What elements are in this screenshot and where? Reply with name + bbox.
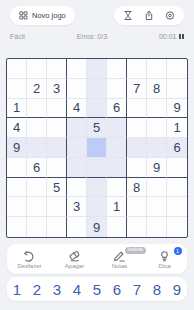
sudoku-cell-r3c8[interactable] [147, 99, 167, 119]
sudoku-cell-r9c1[interactable] [7, 217, 27, 237]
sudoku-cell-r6c7[interactable] [127, 158, 147, 178]
sudoku-cell-r1c4[interactable] [67, 59, 87, 79]
sudoku-cell-r7c2[interactable] [27, 178, 47, 198]
sudoku-cell-r1c9[interactable] [167, 59, 187, 79]
sudoku-cell-r9c8[interactable] [147, 217, 167, 237]
toolbar: Desfazer Apagar Inativas Notas 1 [7, 244, 187, 274]
sudoku-cell-r2c2[interactable]: 2 [27, 79, 47, 99]
sudoku-cell-r5c3[interactable] [47, 138, 67, 158]
sudoku-cell-r7c3[interactable]: 5 [47, 178, 67, 198]
sudoku-cell-r5c6[interactable] [107, 138, 127, 158]
sudoku-cell-r5c2[interactable] [27, 138, 47, 158]
sudoku-cell-r6c2[interactable]: 6 [27, 158, 47, 178]
sudoku-cell-r1c1[interactable] [7, 59, 27, 79]
sudoku-cell-r3c5[interactable] [87, 99, 107, 119]
sudoku-cell-r6c3[interactable] [47, 158, 67, 178]
status-row: Fácil Erros: 0/3 00:01 [10, 33, 184, 40]
number-pad: 123456789 [7, 277, 187, 301]
difficulty-label: Fácil [10, 33, 25, 40]
share-icon[interactable] [144, 10, 154, 21]
sudoku-cell-r4c2[interactable] [27, 118, 47, 138]
pencil-icon [113, 250, 126, 262]
sudoku-cell-r8c1[interactable] [7, 197, 27, 217]
sudoku-board: 23781469451966958319 [6, 58, 188, 238]
timer-value: 00:01 [159, 33, 177, 40]
sudoku-cell-r3c9[interactable]: 9 [167, 99, 187, 119]
numpad-key-7[interactable]: 7 [133, 281, 141, 298]
sudoku-cell-r8c3[interactable] [47, 197, 67, 217]
erase-label: Apagar [65, 263, 84, 269]
numpad-key-8[interactable]: 8 [153, 281, 161, 298]
sudoku-cell-r2c6[interactable] [107, 79, 127, 99]
hint-button[interactable]: 1 Dica [148, 250, 182, 269]
sudoku-cell-r4c7[interactable] [127, 118, 147, 138]
bulb-icon [158, 250, 171, 262]
sudoku-cell-r8c5[interactable] [87, 197, 107, 217]
sudoku-cell-r6c4[interactable] [67, 158, 87, 178]
numpad-key-2[interactable]: 2 [33, 281, 41, 298]
sudoku-cell-r1c8[interactable] [147, 59, 167, 79]
sudoku-cell-r3c1[interactable]: 1 [7, 99, 27, 119]
sudoku-cell-r6c5[interactable] [87, 158, 107, 178]
top-bar: Novo jogo [10, 6, 184, 25]
sudoku-cell-r1c7[interactable] [127, 59, 147, 79]
hint-label: Dica [158, 263, 170, 269]
settings-icon[interactable] [165, 10, 175, 21]
sudoku-cell-r5c7[interactable] [127, 138, 147, 158]
sudoku-cell-r7c6[interactable] [107, 178, 127, 198]
sudoku-cell-r8c2[interactable] [27, 197, 47, 217]
notes-state-badge: Inativas [125, 247, 146, 255]
sudoku-cell-r2c7[interactable]: 7 [127, 79, 147, 99]
sudoku-cell-r1c6[interactable] [107, 59, 127, 79]
sudoku-cell-r8c8[interactable] [147, 197, 167, 217]
sudoku-cell-r1c2[interactable] [27, 59, 47, 79]
sudoku-cell-r9c4[interactable] [67, 217, 87, 237]
sudoku-cell-r4c5[interactable]: 5 [87, 118, 107, 138]
sudoku-cell-r1c5[interactable] [87, 59, 107, 79]
sudoku-cell-r2c9[interactable] [167, 79, 187, 99]
numpad-key-9[interactable]: 9 [173, 281, 181, 298]
undo-icon [23, 250, 36, 262]
sudoku-cell-r8c6[interactable]: 1 [107, 197, 127, 217]
hint-count-badge: 1 [174, 247, 182, 255]
sudoku-cell-r9c5[interactable]: 9 [87, 217, 107, 237]
sudoku-cell-r7c4[interactable] [67, 178, 87, 198]
sudoku-cell-r3c7[interactable] [127, 99, 147, 119]
sudoku-cell-r6c6[interactable] [107, 158, 127, 178]
sudoku-cell-r9c7[interactable] [127, 217, 147, 237]
sudoku-cell-r7c5[interactable] [87, 178, 107, 198]
sudoku-cell-r5c9[interactable]: 6 [167, 138, 187, 158]
errors-counter: Erros: 0/3 [77, 33, 107, 40]
new-game-label: Novo jogo [32, 11, 66, 20]
new-game-button[interactable]: Novo jogo [10, 6, 75, 25]
sudoku-cell-r7c9[interactable] [167, 178, 187, 198]
numpad-key-4[interactable]: 4 [73, 281, 81, 298]
sudoku-cell-r2c4[interactable] [67, 79, 87, 99]
grid-icon [19, 11, 28, 20]
numpad-key-6[interactable]: 6 [113, 281, 121, 298]
sudoku-cell-r1c3[interactable] [47, 59, 67, 79]
sudoku-cell-r2c3[interactable]: 3 [47, 79, 67, 99]
sudoku-cell-r8c7[interactable] [127, 197, 147, 217]
undo-label: Desfazer [17, 263, 41, 269]
sudoku-cell-r5c5[interactable] [87, 138, 107, 158]
sudoku-cell-r9c2[interactable] [27, 217, 47, 237]
hourglass-icon[interactable] [123, 10, 133, 21]
sudoku-cell-r5c1[interactable]: 9 [7, 138, 27, 158]
notes-label: Notas [112, 263, 128, 269]
sudoku-cell-r6c9[interactable] [167, 158, 187, 178]
erase-button[interactable]: Apagar [58, 250, 92, 269]
pause-button[interactable] [179, 34, 184, 40]
sudoku-cell-r4c3[interactable] [47, 118, 67, 138]
sudoku-cell-r5c8[interactable] [147, 138, 167, 158]
undo-button[interactable]: Desfazer [13, 250, 47, 269]
sudoku-cell-r6c1[interactable] [7, 158, 27, 178]
sudoku-cell-r7c8[interactable] [147, 178, 167, 198]
sudoku-cell-r3c4[interactable]: 4 [67, 99, 87, 119]
sudoku-cell-r2c1[interactable] [7, 79, 27, 99]
sudoku-cell-r4c6[interactable] [107, 118, 127, 138]
numpad-key-3[interactable]: 3 [53, 281, 61, 298]
sudoku-cell-r9c9[interactable] [167, 217, 187, 237]
sudoku-cell-r2c5[interactable] [87, 79, 107, 99]
sudoku-cell-r3c2[interactable] [27, 99, 47, 119]
notes-button[interactable]: Inativas Notas [103, 250, 137, 269]
sudoku-cell-r7c1[interactable] [7, 178, 27, 198]
sudoku-cell-r5c4[interactable] [67, 138, 87, 158]
sudoku-cell-r7c7[interactable]: 8 [127, 178, 147, 198]
sudoku-cell-r4c1[interactable]: 4 [7, 118, 27, 138]
sudoku-cell-r3c3[interactable] [47, 99, 67, 119]
timer: 00:01 [159, 33, 184, 40]
sudoku-cell-r9c6[interactable] [107, 217, 127, 237]
top-actions [114, 6, 184, 25]
sudoku-cell-r2c8[interactable]: 8 [147, 79, 167, 99]
eraser-icon [68, 250, 81, 262]
sudoku-cell-r4c8[interactable] [147, 118, 167, 138]
numpad-key-5[interactable]: 5 [93, 281, 101, 298]
sudoku-cell-r8c4[interactable]: 3 [67, 197, 87, 217]
sudoku-cell-r8c9[interactable] [167, 197, 187, 217]
sudoku-cell-r4c4[interactable] [67, 118, 87, 138]
sudoku-cell-r9c3[interactable] [47, 217, 67, 237]
numpad-key-1[interactable]: 1 [13, 281, 21, 298]
sudoku-cell-r6c8[interactable]: 9 [147, 158, 167, 178]
sudoku-cell-r4c9[interactable]: 1 [167, 118, 187, 138]
sudoku-cell-r3c6[interactable]: 6 [107, 99, 127, 119]
